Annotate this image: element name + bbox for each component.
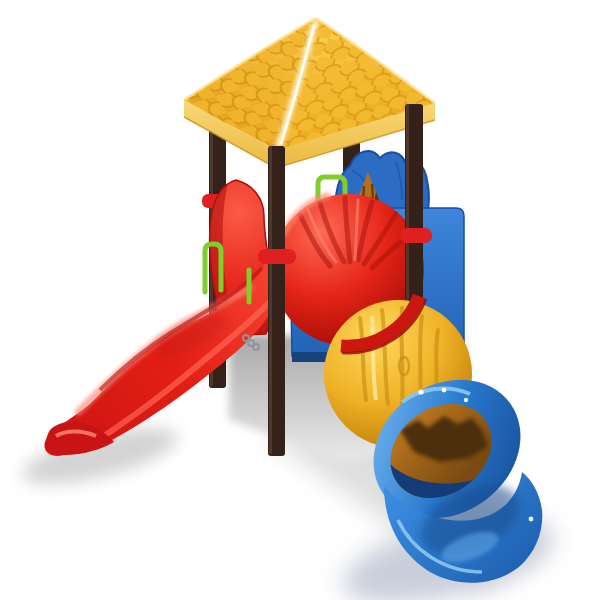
ring-sparkle-2 (442, 388, 447, 393)
scoop-sparkle (529, 517, 534, 522)
clamp-front-post (258, 249, 296, 264)
ring-sparkle-3 (464, 398, 468, 402)
product-image (0, 0, 600, 600)
playground-render (0, 0, 600, 600)
ring-sparkle-1 (418, 389, 423, 394)
clamp-right-post (400, 228, 432, 243)
post-right-highlight (406, 104, 409, 318)
post-front-highlight (269, 146, 272, 454)
